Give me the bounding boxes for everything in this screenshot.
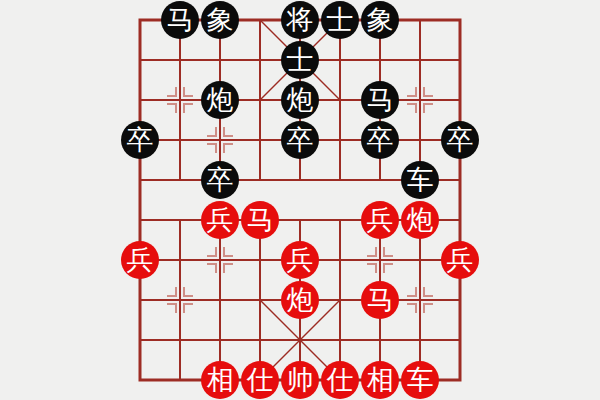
- piece-black-cannon[interactable]: 炮: [281, 81, 319, 119]
- piece-red-soldier[interactable]: 兵: [361, 201, 399, 239]
- piece-black-elephant[interactable]: 象: [361, 1, 399, 39]
- xiangqi-board: 马象将士象士炮炮马卒卒卒卒卒车兵马兵炮兵兵兵炮马相仕帅仕相车: [0, 0, 600, 400]
- piece-black-soldier[interactable]: 卒: [121, 121, 159, 159]
- piece-black-cannon[interactable]: 炮: [201, 81, 239, 119]
- piece-red-chariot[interactable]: 车: [401, 361, 439, 399]
- piece-black-general[interactable]: 将: [281, 1, 319, 39]
- piece-black-elephant[interactable]: 象: [201, 1, 239, 39]
- piece-black-chariot[interactable]: 车: [401, 161, 439, 199]
- piece-black-advisor[interactable]: 士: [281, 41, 319, 79]
- piece-black-soldier[interactable]: 卒: [201, 161, 239, 199]
- piece-black-advisor[interactable]: 士: [321, 1, 359, 39]
- piece-red-soldier[interactable]: 兵: [121, 241, 159, 279]
- piece-red-advisor[interactable]: 仕: [241, 361, 279, 399]
- piece-black-horse[interactable]: 马: [161, 1, 199, 39]
- piece-red-general[interactable]: 帅: [281, 361, 319, 399]
- piece-red-horse[interactable]: 马: [241, 201, 279, 239]
- piece-red-soldier[interactable]: 兵: [201, 201, 239, 239]
- piece-red-elephant[interactable]: 相: [361, 361, 399, 399]
- piece-red-advisor[interactable]: 仕: [321, 361, 359, 399]
- piece-red-soldier[interactable]: 兵: [281, 241, 319, 279]
- piece-red-soldier[interactable]: 兵: [441, 241, 479, 279]
- piece-red-horse[interactable]: 马: [361, 281, 399, 319]
- piece-black-soldier[interactable]: 卒: [441, 121, 479, 159]
- piece-black-horse[interactable]: 马: [361, 81, 399, 119]
- piece-black-soldier[interactable]: 卒: [281, 121, 319, 159]
- piece-red-cannon[interactable]: 炮: [281, 281, 319, 319]
- piece-red-cannon[interactable]: 炮: [401, 201, 439, 239]
- piece-black-soldier[interactable]: 卒: [361, 121, 399, 159]
- piece-red-elephant[interactable]: 相: [201, 361, 239, 399]
